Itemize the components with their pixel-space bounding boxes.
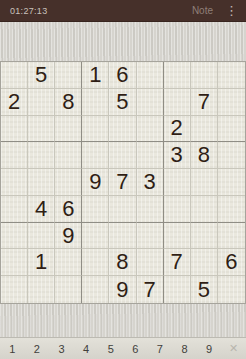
sudoku-cell-r4c2[interactable] bbox=[28, 142, 55, 169]
sudoku-cell-r4c6[interactable] bbox=[137, 142, 164, 169]
sudoku-cell-r1c2[interactable]: 5 bbox=[28, 62, 55, 89]
sudoku-cell-r2c8[interactable]: 7 bbox=[191, 89, 218, 116]
sudoku-cell-r3c6[interactable] bbox=[137, 116, 164, 143]
sudoku-cell-r5c4[interactable]: 9 bbox=[82, 169, 109, 196]
sudoku-cell-r3c7[interactable]: 2 bbox=[164, 116, 191, 143]
sudoku-cell-r1c8[interactable] bbox=[191, 62, 218, 89]
sudoku-cell-r8c3[interactable] bbox=[55, 249, 82, 276]
sudoku-cell-r9c4[interactable] bbox=[82, 276, 109, 303]
sudoku-cell-r6c6[interactable] bbox=[137, 196, 164, 223]
sudoku-cell-r6c8[interactable] bbox=[191, 196, 218, 223]
sudoku-cell-r3c8[interactable] bbox=[191, 116, 218, 143]
sudoku-cell-r8c5[interactable]: 8 bbox=[109, 249, 136, 276]
sudoku-cell-r8c7[interactable]: 7 bbox=[164, 249, 191, 276]
sudoku-cell-r8c6[interactable] bbox=[137, 249, 164, 276]
numpad-key-5[interactable]: 5 bbox=[98, 338, 123, 359]
sudoku-cell-r9c2[interactable] bbox=[28, 276, 55, 303]
sudoku-cell-r4c4[interactable] bbox=[82, 142, 109, 169]
sudoku-cell-r8c1[interactable] bbox=[1, 249, 28, 276]
overflow-menu-icon[interactable]: ⋮ bbox=[223, 4, 240, 17]
sudoku-cell-r5c9[interactable] bbox=[218, 169, 245, 196]
sudoku-cell-r7c4[interactable] bbox=[82, 223, 109, 250]
sudoku-cell-r5c7[interactable] bbox=[164, 169, 191, 196]
sudoku-cell-r4c3[interactable] bbox=[55, 142, 82, 169]
sudoku-cell-r9c7[interactable] bbox=[164, 276, 191, 303]
sudoku-cell-r8c4[interactable] bbox=[82, 249, 109, 276]
sudoku-cell-r5c3[interactable] bbox=[55, 169, 82, 196]
sudoku-cell-r7c9[interactable] bbox=[218, 223, 245, 250]
sudoku-cell-r4c9[interactable] bbox=[218, 142, 245, 169]
sudoku-cell-r6c4[interactable] bbox=[82, 196, 109, 223]
sudoku-cell-r8c8[interactable] bbox=[191, 249, 218, 276]
sudoku-app-screen: 01:27:13 Note ⋮ 51628572389734691876975 … bbox=[0, 0, 246, 359]
sudoku-cell-r2c4[interactable] bbox=[82, 89, 109, 116]
note-button[interactable]: Note bbox=[192, 5, 213, 16]
sudoku-cell-r3c3[interactable] bbox=[55, 116, 82, 143]
sudoku-cell-r6c3[interactable]: 6 bbox=[55, 196, 82, 223]
sudoku-cell-r2c3[interactable]: 8 bbox=[55, 89, 82, 116]
sudoku-cell-r5c1[interactable] bbox=[1, 169, 28, 196]
numpad-key-7[interactable]: 7 bbox=[148, 338, 173, 359]
sudoku-cell-r6c7[interactable] bbox=[164, 196, 191, 223]
timer: 01:27:13 bbox=[10, 6, 47, 16]
sudoku-cell-r1c3[interactable] bbox=[55, 62, 82, 89]
sudoku-cell-r7c2[interactable] bbox=[28, 223, 55, 250]
sudoku-cell-r7c5[interactable] bbox=[109, 223, 136, 250]
sudoku-cell-r2c9[interactable] bbox=[218, 89, 245, 116]
sudoku-cell-r5c2[interactable] bbox=[28, 169, 55, 196]
sudoku-cell-r3c9[interactable] bbox=[218, 116, 245, 143]
sudoku-cell-r2c7[interactable] bbox=[164, 89, 191, 116]
sudoku-cell-r6c9[interactable] bbox=[218, 196, 245, 223]
sudoku-cell-r7c3[interactable]: 9 bbox=[55, 223, 82, 250]
sudoku-cell-r1c6[interactable] bbox=[137, 62, 164, 89]
sudoku-cell-r1c4[interactable]: 1 bbox=[82, 62, 109, 89]
sudoku-cell-r9c8[interactable]: 5 bbox=[191, 276, 218, 303]
sudoku-cell-r2c6[interactable] bbox=[137, 89, 164, 116]
sudoku-cell-r1c5[interactable]: 6 bbox=[109, 62, 136, 89]
numpad-key-1[interactable]: 1 bbox=[0, 338, 25, 359]
sudoku-cell-r6c2[interactable]: 4 bbox=[28, 196, 55, 223]
sudoku-cell-r9c9[interactable] bbox=[218, 276, 245, 303]
sudoku-cell-r7c7[interactable] bbox=[164, 223, 191, 250]
sudoku-cell-r4c7[interactable]: 3 bbox=[164, 142, 191, 169]
numpad-key-6[interactable]: 6 bbox=[123, 338, 148, 359]
sudoku-cell-r3c2[interactable] bbox=[28, 116, 55, 143]
sudoku-cell-r6c1[interactable] bbox=[1, 196, 28, 223]
sudoku-cell-r8c9[interactable]: 6 bbox=[218, 249, 245, 276]
clear-key[interactable]: ✕ bbox=[221, 338, 246, 359]
sudoku-cell-r3c5[interactable] bbox=[109, 116, 136, 143]
sudoku-cell-r4c8[interactable]: 8 bbox=[191, 142, 218, 169]
sudoku-cell-r5c8[interactable] bbox=[191, 169, 218, 196]
sudoku-cell-r3c4[interactable] bbox=[82, 116, 109, 143]
sudoku-cell-r7c6[interactable] bbox=[137, 223, 164, 250]
numpad-key-2[interactable]: 2 bbox=[25, 338, 50, 359]
numpad-key-3[interactable]: 3 bbox=[49, 338, 74, 359]
sudoku-cell-r5c6[interactable]: 3 bbox=[137, 169, 164, 196]
sudoku-cell-r2c2[interactable] bbox=[28, 89, 55, 116]
sudoku-cell-r2c1[interactable]: 2 bbox=[1, 89, 28, 116]
sudoku-cell-r9c1[interactable] bbox=[1, 276, 28, 303]
sudoku-board: 51628572389734691876975 bbox=[0, 61, 246, 304]
sudoku-cell-r9c5[interactable]: 9 bbox=[109, 276, 136, 303]
numpad-key-4[interactable]: 4 bbox=[74, 338, 99, 359]
sudoku-cell-r9c6[interactable]: 7 bbox=[137, 276, 164, 303]
numpad-key-8[interactable]: 8 bbox=[172, 338, 197, 359]
sudoku-cell-r2c5[interactable]: 5 bbox=[109, 89, 136, 116]
sudoku-cell-r4c1[interactable] bbox=[1, 142, 28, 169]
sudoku-cell-r7c8[interactable] bbox=[191, 223, 218, 250]
number-pad: 123456789✕ bbox=[0, 337, 246, 359]
top-bar: 01:27:13 Note ⋮ bbox=[0, 0, 246, 22]
sudoku-cell-r9c3[interactable] bbox=[55, 276, 82, 303]
sudoku-cell-r1c1[interactable] bbox=[1, 62, 28, 89]
sudoku-cell-r4c5[interactable] bbox=[109, 142, 136, 169]
sudoku-cell-r5c5[interactable]: 7 bbox=[109, 169, 136, 196]
sudoku-cell-r8c2[interactable]: 1 bbox=[28, 249, 55, 276]
sudoku-cell-r7c1[interactable] bbox=[1, 223, 28, 250]
top-bar-actions: Note ⋮ bbox=[192, 4, 240, 17]
sudoku-cell-r1c7[interactable] bbox=[164, 62, 191, 89]
numpad-key-9[interactable]: 9 bbox=[197, 338, 222, 359]
sudoku-cell-r3c1[interactable] bbox=[1, 116, 28, 143]
sudoku-cell-r1c9[interactable] bbox=[218, 62, 245, 89]
sudoku-cell-r6c5[interactable] bbox=[109, 196, 136, 223]
